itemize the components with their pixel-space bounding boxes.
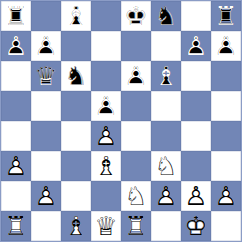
piece-black-rook[interactable]: ♜♖	[1, 1, 31, 31]
piece-white-bishop[interactable]: ♝♗	[61, 211, 91, 241]
piece-black-pawn[interactable]: ♟♙	[1, 31, 31, 61]
chess-board: ♜♖♝♗♚♔♞♘♜♖♟♙♟♙♟♙♟♙♛♕♞♘♟♙♝♗♟♙♟♙♟♙♝♗♞♘♟♙♞♘…	[0, 0, 242, 242]
piece-white-pawn[interactable]: ♟♙	[1, 151, 31, 181]
square-b1[interactable]	[31, 211, 61, 241]
black-rook-outline-glyph: ♖	[211, 1, 241, 31]
square-h3[interactable]	[211, 151, 241, 181]
square-h2[interactable]: ♟♙	[211, 181, 241, 211]
piece-white-bishop[interactable]: ♝♗	[91, 151, 121, 181]
white-pawn-outline-glyph: ♙	[31, 181, 61, 211]
piece-white-pawn[interactable]: ♟♙	[91, 121, 121, 151]
square-b6[interactable]: ♛♕	[31, 61, 61, 91]
white-rook-outline-glyph: ♖	[1, 211, 31, 241]
square-c1[interactable]: ♝♗	[61, 211, 91, 241]
black-pawn-outline-glyph: ♙	[1, 31, 31, 61]
black-knight-outline-glyph: ♘	[61, 61, 91, 91]
square-f2[interactable]: ♟♙	[151, 181, 181, 211]
piece-white-rook[interactable]: ♜♖	[121, 211, 151, 241]
square-e6[interactable]: ♟♙	[121, 61, 151, 91]
black-bishop-outline-glyph: ♗	[61, 1, 91, 31]
square-e4[interactable]	[121, 121, 151, 151]
piece-black-queen[interactable]: ♛♕	[31, 61, 61, 91]
white-pawn-outline-glyph: ♙	[181, 181, 211, 211]
piece-black-knight[interactable]: ♞♘	[61, 61, 91, 91]
square-d3[interactable]: ♝♗	[91, 151, 121, 181]
square-d8[interactable]	[91, 1, 121, 31]
piece-white-king[interactable]: ♚♔	[181, 211, 211, 241]
square-c8[interactable]: ♝♗	[61, 1, 91, 31]
piece-black-pawn[interactable]: ♟♙	[91, 91, 121, 121]
square-b2[interactable]: ♟♙	[31, 181, 61, 211]
square-b7[interactable]: ♟♙	[31, 31, 61, 61]
white-bishop-outline-glyph: ♗	[91, 151, 121, 181]
square-d1[interactable]: ♛♕	[91, 211, 121, 241]
square-a2[interactable]	[1, 181, 31, 211]
square-e5[interactable]	[121, 91, 151, 121]
square-e3[interactable]	[121, 151, 151, 181]
piece-white-pawn[interactable]: ♟♙	[151, 181, 181, 211]
piece-black-king[interactable]: ♚♔	[121, 1, 151, 31]
white-knight-outline-glyph: ♘	[151, 151, 181, 181]
white-pawn-outline-glyph: ♙	[91, 121, 121, 151]
square-c6[interactable]: ♞♘	[61, 61, 91, 91]
square-g1[interactable]: ♚♔	[181, 211, 211, 241]
black-rook-outline-glyph: ♖	[1, 1, 31, 31]
piece-white-rook[interactable]: ♜♖	[1, 211, 31, 241]
square-h8[interactable]: ♜♖	[211, 1, 241, 31]
square-e7[interactable]	[121, 31, 151, 61]
square-h1[interactable]	[211, 211, 241, 241]
square-g4[interactable]	[181, 121, 211, 151]
square-b4[interactable]	[31, 121, 61, 151]
black-queen-outline-glyph: ♕	[31, 61, 61, 91]
square-g7[interactable]: ♟♙	[181, 31, 211, 61]
square-a4[interactable]	[1, 121, 31, 151]
square-h5[interactable]	[211, 91, 241, 121]
square-a1[interactable]: ♜♖	[1, 211, 31, 241]
square-a6[interactable]	[1, 61, 31, 91]
square-c4[interactable]	[61, 121, 91, 151]
piece-white-knight[interactable]: ♞♘	[121, 181, 151, 211]
black-knight-outline-glyph: ♘	[151, 1, 181, 31]
square-e2[interactable]: ♞♘	[121, 181, 151, 211]
white-bishop-outline-glyph: ♗	[61, 211, 91, 241]
square-a8[interactable]: ♜♖	[1, 1, 31, 31]
white-knight-outline-glyph: ♘	[121, 181, 151, 211]
piece-black-pawn[interactable]: ♟♙	[31, 31, 61, 61]
black-king-outline-glyph: ♔	[121, 1, 151, 31]
square-d2[interactable]	[91, 181, 121, 211]
white-pawn-outline-glyph: ♙	[1, 151, 31, 181]
piece-black-bishop[interactable]: ♝♗	[61, 1, 91, 31]
square-e1[interactable]: ♜♖	[121, 211, 151, 241]
square-f1[interactable]	[151, 211, 181, 241]
square-f5[interactable]	[151, 91, 181, 121]
square-a5[interactable]	[1, 91, 31, 121]
square-c3[interactable]	[61, 151, 91, 181]
white-queen-outline-glyph: ♕	[91, 211, 121, 241]
piece-white-queen[interactable]: ♛♕	[91, 211, 121, 241]
black-pawn-outline-glyph: ♙	[211, 31, 241, 61]
piece-black-knight[interactable]: ♞♘	[151, 1, 181, 31]
square-g2[interactable]: ♟♙	[181, 181, 211, 211]
piece-black-pawn[interactable]: ♟♙	[181, 31, 211, 61]
square-d6[interactable]	[91, 61, 121, 91]
piece-black-pawn[interactable]: ♟♙	[211, 31, 241, 61]
black-bishop-outline-glyph: ♗	[151, 61, 181, 91]
square-c7[interactable]	[61, 31, 91, 61]
square-h7[interactable]: ♟♙	[211, 31, 241, 61]
square-f4[interactable]	[151, 121, 181, 151]
square-d7[interactable]	[91, 31, 121, 61]
square-c5[interactable]	[61, 91, 91, 121]
square-g3[interactable]	[181, 151, 211, 181]
square-b3[interactable]	[31, 151, 61, 181]
square-h4[interactable]	[211, 121, 241, 151]
square-g6[interactable]	[181, 61, 211, 91]
piece-black-pawn[interactable]: ♟♙	[121, 61, 151, 91]
white-pawn-outline-glyph: ♙	[211, 181, 241, 211]
piece-white-pawn[interactable]: ♟♙	[181, 181, 211, 211]
square-f8[interactable]: ♞♘	[151, 1, 181, 31]
white-king-outline-glyph: ♔	[181, 211, 211, 241]
piece-white-pawn[interactable]: ♟♙	[211, 181, 241, 211]
square-b8[interactable]	[31, 1, 61, 31]
square-a7[interactable]: ♟♙	[1, 31, 31, 61]
square-d4[interactable]: ♟♙	[91, 121, 121, 151]
piece-white-pawn[interactable]: ♟♙	[31, 181, 61, 211]
black-pawn-outline-glyph: ♙	[181, 31, 211, 61]
piece-black-rook[interactable]: ♜♖	[211, 1, 241, 31]
black-pawn-outline-glyph: ♙	[91, 91, 121, 121]
black-pawn-outline-glyph: ♙	[31, 31, 61, 61]
square-f7[interactable]	[151, 31, 181, 61]
square-a3[interactable]: ♟♙	[1, 151, 31, 181]
square-b5[interactable]	[31, 91, 61, 121]
white-pawn-outline-glyph: ♙	[151, 181, 181, 211]
square-h6[interactable]	[211, 61, 241, 91]
white-rook-outline-glyph: ♖	[121, 211, 151, 241]
square-g8[interactable]	[181, 1, 211, 31]
piece-white-knight[interactable]: ♞♘	[151, 151, 181, 181]
black-pawn-outline-glyph: ♙	[121, 61, 151, 91]
square-f3[interactable]: ♞♘	[151, 151, 181, 181]
square-g5[interactable]	[181, 91, 211, 121]
square-f6[interactable]: ♝♗	[151, 61, 181, 91]
square-c2[interactable]	[61, 181, 91, 211]
square-e8[interactable]: ♚♔	[121, 1, 151, 31]
square-d5[interactable]: ♟♙	[91, 91, 121, 121]
piece-black-bishop[interactable]: ♝♗	[151, 61, 181, 91]
